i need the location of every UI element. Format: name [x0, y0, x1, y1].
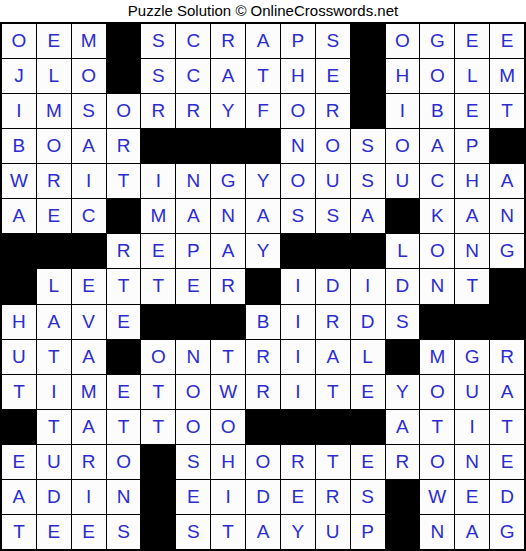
grid-cell[interactable]: N [176, 340, 210, 374]
black-cell [176, 305, 210, 339]
grid-cell[interactable]: A [490, 375, 524, 409]
grid-cell[interactable]: D [316, 269, 350, 303]
grid-cell[interactable]: O [72, 59, 106, 93]
grid-cell[interactable]: A [386, 410, 420, 444]
grid-cell[interactable]: U [455, 375, 489, 409]
grid-cell[interactable]: R [176, 94, 210, 128]
grid-cell[interactable]: N [490, 199, 524, 233]
grid-cell[interactable]: D [246, 480, 280, 514]
grid-cell[interactable]: N [455, 234, 489, 268]
grid-cell[interactable]: E [281, 480, 315, 514]
grid-cell[interactable]: D [37, 480, 71, 514]
grid-cell[interactable]: N [176, 164, 210, 198]
grid-cell[interactable]: T [455, 269, 489, 303]
black-cell [107, 340, 141, 374]
grid-cell[interactable]: A [2, 199, 36, 233]
grid-cell[interactable]: E [490, 24, 524, 58]
grid-cell[interactable]: T [2, 515, 36, 549]
grid-cell[interactable]: P [455, 129, 489, 163]
grid-cell[interactable]: G [490, 515, 524, 549]
grid-cell[interactable]: E [107, 375, 141, 409]
black-cell [211, 129, 245, 163]
grid-cell[interactable]: E [351, 375, 385, 409]
grid-cell[interactable]: E [490, 445, 524, 479]
grid-cell[interactable]: H [455, 164, 489, 198]
black-cell [351, 410, 385, 444]
grid-cell[interactable]: O [420, 445, 454, 479]
black-cell [386, 340, 420, 374]
grid-cell[interactable]: O [316, 129, 350, 163]
grid-cell[interactable]: O [107, 94, 141, 128]
grid-cell[interactable]: I [386, 94, 420, 128]
grid-cell[interactable]: Y [246, 234, 280, 268]
grid-cell[interactable]: U [316, 164, 350, 198]
grid-cell[interactable]: P [351, 515, 385, 549]
grid-cell[interactable]: I [211, 480, 245, 514]
grid-cell[interactable]: E [72, 515, 106, 549]
grid-cell[interactable]: J [2, 59, 36, 93]
grid-cell[interactable]: R [281, 445, 315, 479]
grid-cell[interactable]: C [72, 199, 106, 233]
grid-cell[interactable]: H [281, 59, 315, 93]
grid-cell[interactable]: I [281, 375, 315, 409]
grid-cell[interactable]: E [37, 24, 71, 58]
grid-cell[interactable]: C [176, 59, 210, 93]
grid-cell[interactable]: A [246, 199, 280, 233]
grid-cell[interactable]: O [420, 375, 454, 409]
black-cell [246, 129, 280, 163]
grid-cell[interactable]: S [316, 199, 350, 233]
grid-cell[interactable]: R [386, 445, 420, 479]
black-cell [2, 410, 36, 444]
grid-cell[interactable]: R [37, 164, 71, 198]
black-cell [107, 59, 141, 93]
grid-cell[interactable]: W [2, 164, 36, 198]
grid-cell[interactable]: L [455, 59, 489, 93]
grid-cell[interactable]: S [176, 445, 210, 479]
grid-cell[interactable]: T [141, 375, 175, 409]
grid-cell[interactable]: V [72, 305, 106, 339]
grid-cell[interactable]: A [211, 234, 245, 268]
grid-cell[interactable]: S [351, 480, 385, 514]
grid-cell[interactable]: O [281, 94, 315, 128]
grid-cell[interactable]: R [490, 340, 524, 374]
grid-cell[interactable]: N [211, 199, 245, 233]
grid-cell[interactable]: A [72, 340, 106, 374]
grid-cell[interactable]: E [141, 234, 175, 268]
grid-cell[interactable]: T [316, 445, 350, 479]
grid-cell[interactable]: R [316, 305, 350, 339]
grid-cell[interactable]: A [2, 480, 36, 514]
grid-cell[interactable]: Y [246, 164, 280, 198]
grid-cell[interactable]: A [246, 515, 280, 549]
black-cell [490, 305, 524, 339]
grid-cell[interactable]: E [176, 480, 210, 514]
black-cell [37, 234, 71, 268]
grid-cell[interactable]: S [351, 164, 385, 198]
grid-cell[interactable]: D [351, 305, 385, 339]
grid-cell[interactable]: O [420, 234, 454, 268]
black-cell [141, 515, 175, 549]
black-cell [386, 199, 420, 233]
grid-cell[interactable]: I [37, 375, 71, 409]
black-cell [351, 59, 385, 93]
grid-cell[interactable]: M [490, 59, 524, 93]
grid-cell[interactable]: W [420, 480, 454, 514]
grid-cell[interactable]: O [386, 129, 420, 163]
grid-cell[interactable]: E [316, 59, 350, 93]
grid-cell[interactable]: B [246, 305, 280, 339]
grid-cell[interactable]: R [316, 94, 350, 128]
grid-cell[interactable]: O [211, 410, 245, 444]
grid-cell[interactable]: T [107, 164, 141, 198]
grid-cell[interactable]: L [351, 340, 385, 374]
grid-cell[interactable]: E [37, 515, 71, 549]
black-cell [176, 129, 210, 163]
grid-cell[interactable]: H [2, 305, 36, 339]
grid-cell[interactable]: I [281, 340, 315, 374]
grid-cell[interactable]: E [2, 445, 36, 479]
black-cell [351, 94, 385, 128]
grid-cell[interactable]: M [141, 199, 175, 233]
grid-cell[interactable]: U [2, 340, 36, 374]
grid-cell[interactable]: H [211, 445, 245, 479]
grid-cell[interactable]: E [455, 94, 489, 128]
grid-cell[interactable]: K [420, 199, 454, 233]
grid-cell[interactable]: E [455, 24, 489, 58]
black-cell [281, 234, 315, 268]
grid-cell[interactable]: N [455, 445, 489, 479]
grid-cell[interactable]: I [455, 410, 489, 444]
grid-cell[interactable]: T [316, 375, 350, 409]
grid-cell[interactable]: I [281, 305, 315, 339]
grid-cell[interactable]: T [490, 410, 524, 444]
black-cell [316, 410, 350, 444]
grid-cell[interactable]: T [490, 94, 524, 128]
page-title: Puzzle Solution © OnlineCrosswords.net [0, 0, 526, 22]
grid-cell[interactable]: U [386, 164, 420, 198]
grid-cell[interactable]: R [211, 269, 245, 303]
grid-cell[interactable]: S [281, 199, 315, 233]
grid-cell[interactable]: Y [386, 375, 420, 409]
grid-cell[interactable]: R [72, 445, 106, 479]
grid-cell[interactable]: O [176, 410, 210, 444]
grid-cell[interactable]: M [420, 340, 454, 374]
grid-cell[interactable]: E [455, 480, 489, 514]
grid-cell[interactable]: R [107, 129, 141, 163]
grid-cell[interactable]: N [420, 269, 454, 303]
grid-cell[interactable]: O [386, 24, 420, 58]
grid-cell[interactable]: C [420, 164, 454, 198]
grid-cell[interactable]: R [316, 480, 350, 514]
grid-cell[interactable]: A [211, 59, 245, 93]
grid-cell[interactable]: A [490, 164, 524, 198]
black-cell [490, 269, 524, 303]
black-cell [141, 129, 175, 163]
black-cell [107, 199, 141, 233]
grid-cell[interactable]: R [246, 375, 280, 409]
grid-cell[interactable]: T [211, 515, 245, 549]
grid-cell[interactable]: C [176, 24, 210, 58]
grid-cell[interactable]: D [490, 480, 524, 514]
black-cell [281, 410, 315, 444]
grid-cell[interactable]: Y [281, 515, 315, 549]
grid-cell[interactable]: I [281, 269, 315, 303]
crossword-grid: OEMSCRAPSOGEEJLOSCATHEHOLMIMSORRYFORIBET… [0, 22, 526, 551]
grid-cell[interactable]: S [141, 59, 175, 93]
black-cell [351, 234, 385, 268]
black-cell [246, 410, 280, 444]
black-cell [2, 234, 36, 268]
black-cell [490, 129, 524, 163]
grid-cell[interactable]: L [37, 269, 71, 303]
grid-cell[interactable]: E [176, 269, 210, 303]
grid-cell[interactable]: O [2, 24, 36, 58]
grid-cell[interactable]: E [37, 199, 71, 233]
grid-cell[interactable]: I [351, 269, 385, 303]
grid-cell[interactable]: S [351, 129, 385, 163]
grid-cell[interactable]: U [37, 445, 71, 479]
black-cell [141, 445, 175, 479]
grid-cell[interactable]: E [72, 269, 106, 303]
black-cell [351, 24, 385, 58]
grid-cell[interactable]: I [72, 480, 106, 514]
grid-cell[interactable]: A [246, 24, 280, 58]
grid-cell[interactable]: S [72, 94, 106, 128]
grid-cell[interactable]: R [107, 234, 141, 268]
grid-cell[interactable]: I [2, 94, 36, 128]
grid-cell[interactable]: A [72, 129, 106, 163]
grid-cell[interactable]: I [141, 164, 175, 198]
black-cell [386, 480, 420, 514]
grid-cell[interactable]: A [72, 410, 106, 444]
grid-cell[interactable]: S [316, 24, 350, 58]
black-cell [386, 515, 420, 549]
grid-cell[interactable]: T [141, 269, 175, 303]
grid-cell[interactable]: O [246, 445, 280, 479]
black-cell [316, 234, 350, 268]
grid-cell[interactable]: N [281, 129, 315, 163]
grid-cell[interactable]: T [37, 410, 71, 444]
grid-cell[interactable]: M [72, 24, 106, 58]
grid-cell[interactable]: O [107, 445, 141, 479]
grid-cell[interactable]: O [176, 375, 210, 409]
grid-cell[interactable]: T [420, 410, 454, 444]
grid-cell[interactable]: U [316, 515, 350, 549]
grid-cell[interactable]: O [420, 59, 454, 93]
grid-cell[interactable]: P [281, 24, 315, 58]
grid-cell[interactable]: A [316, 340, 350, 374]
grid-cell[interactable]: S [107, 515, 141, 549]
grid-cell[interactable]: L [37, 59, 71, 93]
black-cell [455, 305, 489, 339]
grid-cell[interactable]: T [141, 410, 175, 444]
grid-cell[interactable]: S [386, 305, 420, 339]
grid-cell[interactable]: A [455, 515, 489, 549]
grid-cell[interactable]: N [420, 515, 454, 549]
grid-cell[interactable]: B [2, 129, 36, 163]
grid-cell[interactable]: S [141, 24, 175, 58]
grid-cell[interactable]: N [107, 480, 141, 514]
grid-cell[interactable]: T [211, 340, 245, 374]
grid-cell[interactable]: A [455, 199, 489, 233]
black-cell [141, 480, 175, 514]
grid-cell[interactable]: A [176, 199, 210, 233]
grid-cell[interactable]: A [37, 305, 71, 339]
grid-cell[interactable]: G [420, 24, 454, 58]
grid-cell[interactable]: T [2, 375, 36, 409]
grid-cell[interactable]: O [281, 164, 315, 198]
grid-cell[interactable]: I [72, 164, 106, 198]
grid-cell[interactable]: E [107, 305, 141, 339]
grid-cell[interactable]: M [72, 375, 106, 409]
grid-cell[interactable]: D [386, 269, 420, 303]
grid-cell[interactable]: B [420, 94, 454, 128]
grid-cell[interactable]: H [386, 59, 420, 93]
grid-cell[interactable]: Y [211, 94, 245, 128]
grid-cell[interactable]: T [37, 340, 71, 374]
black-cell [107, 24, 141, 58]
grid-cell[interactable]: L [386, 234, 420, 268]
grid-cell[interactable]: T [246, 59, 280, 93]
grid-cell[interactable]: A [351, 199, 385, 233]
grid-cell[interactable]: R [246, 340, 280, 374]
grid-cell[interactable]: R [141, 94, 175, 128]
grid-cell[interactable]: R [211, 24, 245, 58]
black-cell [246, 269, 280, 303]
black-cell [420, 305, 454, 339]
grid-cell[interactable]: O [37, 129, 71, 163]
grid-cell[interactable]: F [246, 94, 280, 128]
grid-cell[interactable]: M [37, 94, 71, 128]
grid-cell[interactable]: S [176, 515, 210, 549]
grid-cell[interactable]: P [176, 234, 210, 268]
black-cell [211, 305, 245, 339]
grid-cell[interactable]: G [490, 234, 524, 268]
grid-cell[interactable]: E [351, 445, 385, 479]
black-cell [141, 305, 175, 339]
black-cell [2, 269, 36, 303]
grid-cell[interactable]: A [420, 129, 454, 163]
grid-cell[interactable]: G [455, 340, 489, 374]
grid-cell[interactable]: T [107, 410, 141, 444]
grid-cell[interactable]: T [107, 269, 141, 303]
black-cell [72, 234, 106, 268]
grid-cell[interactable]: G [211, 164, 245, 198]
grid-cell[interactable]: O [141, 340, 175, 374]
grid-cell[interactable]: W [211, 375, 245, 409]
